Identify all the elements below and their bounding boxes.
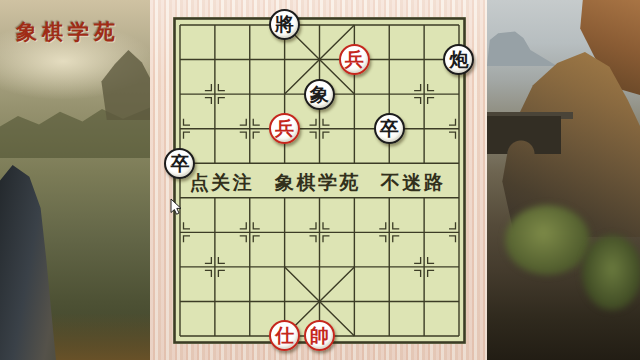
channel-watermark: 象棋学苑 — [16, 18, 120, 46]
piece-glyph: 帥 — [310, 326, 329, 345]
video-frame: 点关注 象棋学苑 不迷路 將兵炮象兵卒卒仕帥 象棋学苑 — [0, 0, 640, 360]
piece-red-advisor[interactable]: 仕 — [269, 320, 300, 351]
piece-glyph: 卒 — [170, 153, 189, 172]
piece-glyph: 兵 — [275, 119, 294, 138]
piece-red-general[interactable]: 帥 — [304, 320, 335, 351]
piece-glyph: 兵 — [345, 50, 364, 69]
piece-red-soldier-f1[interactable]: 兵 — [339, 44, 370, 75]
piece-black-cannon[interactable]: 炮 — [443, 44, 474, 75]
piece-glyph: 仕 — [275, 326, 294, 345]
piece-glyph: 卒 — [380, 119, 399, 138]
piece-black-soldier-a4[interactable]: 卒 — [164, 148, 195, 179]
piece-black-elephant[interactable]: 象 — [304, 79, 335, 110]
piece-red-soldier-d3[interactable]: 兵 — [269, 113, 300, 144]
piece-layer: 將兵炮象兵卒卒仕帥 — [163, 8, 477, 354]
piece-black-soldier-g3[interactable]: 卒 — [374, 113, 405, 144]
piece-glyph: 將 — [275, 15, 294, 34]
piece-glyph: 象 — [310, 84, 329, 103]
piece-glyph: 炮 — [449, 50, 468, 69]
piece-black-general[interactable]: 將 — [269, 9, 300, 40]
